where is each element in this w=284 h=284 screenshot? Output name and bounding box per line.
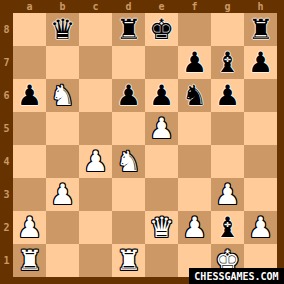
square-a1[interactable]: ♜ [13, 244, 46, 277]
black-pawn-g6[interactable]: ♟ [215, 79, 240, 112]
square-a2[interactable]: ♟ [13, 211, 46, 244]
square-g4[interactable] [211, 145, 244, 178]
square-c5[interactable] [79, 112, 112, 145]
square-a8[interactable] [13, 13, 46, 46]
rank-label-6: 6 [0, 79, 13, 112]
white-pawn-c4[interactable]: ♟ [83, 145, 108, 178]
file-label-d: d [112, 0, 145, 14]
black-knight-f6[interactable]: ♞ [182, 79, 207, 112]
black-queen-b8[interactable]: ♛ [50, 13, 75, 46]
square-d8[interactable]: ♜ [112, 13, 145, 46]
square-b1[interactable] [46, 244, 79, 277]
square-g7[interactable]: ♝ [211, 46, 244, 79]
square-b7[interactable] [46, 46, 79, 79]
square-a5[interactable] [13, 112, 46, 145]
file-label-f: f [178, 0, 211, 14]
square-g2[interactable]: ♝ [211, 211, 244, 244]
square-a3[interactable] [13, 178, 46, 211]
file-label-g: g [211, 0, 244, 14]
black-pawn-f7[interactable]: ♟ [182, 46, 207, 79]
file-label-a: a [13, 0, 46, 14]
white-pawn-f2[interactable]: ♟ [182, 211, 207, 244]
square-g6[interactable]: ♟ [211, 79, 244, 112]
square-a6[interactable]: ♟ [13, 79, 46, 112]
square-f6[interactable]: ♞ [178, 79, 211, 112]
chessgames-watermark: CHESSGAMES.COM [189, 268, 284, 284]
square-g8[interactable] [211, 13, 244, 46]
file-label-h: h [244, 0, 277, 14]
file-labels: a b c d e f g h [13, 0, 277, 13]
square-d5[interactable] [112, 112, 145, 145]
black-pawn-e6[interactable]: ♟ [149, 79, 174, 112]
rank-label-8: 8 [0, 13, 13, 46]
square-c4[interactable]: ♟ [79, 145, 112, 178]
white-pawn-a2[interactable]: ♟ [17, 211, 42, 244]
black-pawn-a6[interactable]: ♟ [17, 79, 42, 112]
white-pawn-h2[interactable]: ♟ [248, 211, 273, 244]
square-c2[interactable] [79, 211, 112, 244]
rank-label-5: 5 [0, 112, 13, 145]
square-b2[interactable] [46, 211, 79, 244]
file-label-e: e [145, 0, 178, 14]
black-bishop-g2[interactable]: ♝ [215, 211, 240, 244]
black-pawn-d6[interactable]: ♟ [116, 79, 141, 112]
black-king-e8[interactable]: ♚ [149, 13, 174, 46]
chess-board-diagram: a b c d e f g h 8 7 6 5 4 3 2 1 ♛♜♚♜♟♝♟♟… [0, 0, 284, 284]
rank-labels: 8 7 6 5 4 3 2 1 [0, 13, 13, 277]
rank-label-2: 2 [0, 211, 13, 244]
white-pawn-g3[interactable]: ♟ [215, 178, 240, 211]
square-h5[interactable] [244, 112, 277, 145]
square-e3[interactable] [145, 178, 178, 211]
square-h4[interactable] [244, 145, 277, 178]
black-pawn-h7[interactable]: ♟ [248, 46, 273, 79]
square-g5[interactable] [211, 112, 244, 145]
white-queen-e2[interactable]: ♛ [149, 211, 174, 244]
rank-label-4: 4 [0, 145, 13, 178]
square-d7[interactable] [112, 46, 145, 79]
square-e2[interactable]: ♛ [145, 211, 178, 244]
rank-label-1: 1 [0, 244, 13, 277]
square-d3[interactable] [112, 178, 145, 211]
square-a4[interactable] [13, 145, 46, 178]
square-c8[interactable] [79, 13, 112, 46]
square-e5[interactable]: ♟ [145, 112, 178, 145]
square-e4[interactable] [145, 145, 178, 178]
square-h3[interactable] [244, 178, 277, 211]
square-b4[interactable] [46, 145, 79, 178]
rank-label-7: 7 [0, 46, 13, 79]
white-pawn-b3[interactable]: ♟ [50, 178, 75, 211]
square-c7[interactable] [79, 46, 112, 79]
square-b8[interactable]: ♛ [46, 13, 79, 46]
white-knight-d4[interactable]: ♞ [116, 145, 141, 178]
square-c3[interactable] [79, 178, 112, 211]
square-f3[interactable] [178, 178, 211, 211]
white-rook-d1[interactable]: ♜ [116, 244, 141, 277]
white-pawn-e5[interactable]: ♟ [149, 112, 174, 145]
square-c6[interactable] [79, 79, 112, 112]
chess-board: ♛♜♚♜♟♝♟♟♞♟♟♞♟♟♟♞♟♟♟♛♟♝♟♜♜♚ [13, 13, 277, 277]
black-rook-d8[interactable]: ♜ [116, 13, 141, 46]
square-e1[interactable] [145, 244, 178, 277]
square-d6[interactable]: ♟ [112, 79, 145, 112]
square-d1[interactable]: ♜ [112, 244, 145, 277]
square-d4[interactable]: ♞ [112, 145, 145, 178]
square-f2[interactable]: ♟ [178, 211, 211, 244]
file-label-c: c [79, 0, 112, 14]
square-e6[interactable]: ♟ [145, 79, 178, 112]
square-b5[interactable] [46, 112, 79, 145]
square-h6[interactable] [244, 79, 277, 112]
white-rook-a1[interactable]: ♜ [17, 244, 42, 277]
file-label-b: b [46, 0, 79, 14]
square-f7[interactable]: ♟ [178, 46, 211, 79]
square-d2[interactable] [112, 211, 145, 244]
square-b6[interactable]: ♞ [46, 79, 79, 112]
square-a7[interactable] [13, 46, 46, 79]
black-bishop-g7[interactable]: ♝ [215, 46, 240, 79]
square-h8[interactable]: ♜ [244, 13, 277, 46]
square-f8[interactable] [178, 13, 211, 46]
square-h2[interactable]: ♟ [244, 211, 277, 244]
square-e8[interactable]: ♚ [145, 13, 178, 46]
black-rook-h8[interactable]: ♜ [248, 13, 273, 46]
square-f4[interactable] [178, 145, 211, 178]
square-h7[interactable]: ♟ [244, 46, 277, 79]
white-knight-b6[interactable]: ♞ [50, 79, 75, 112]
square-b3[interactable]: ♟ [46, 178, 79, 211]
square-g3[interactable]: ♟ [211, 178, 244, 211]
square-c1[interactable] [79, 244, 112, 277]
rank-label-3: 3 [0, 178, 13, 211]
square-e7[interactable] [145, 46, 178, 79]
square-f5[interactable] [178, 112, 211, 145]
